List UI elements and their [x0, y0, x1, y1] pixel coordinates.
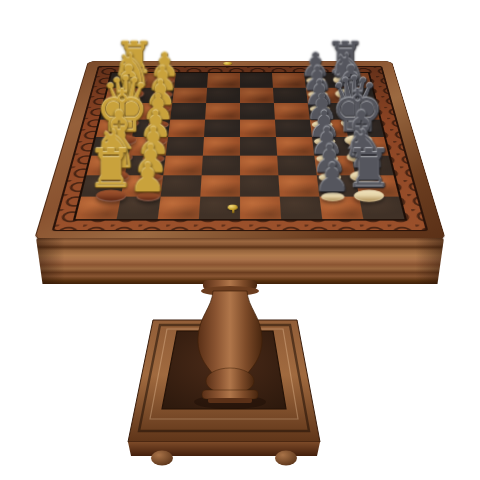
board-square[interactable]: [174, 73, 208, 88]
board-square[interactable]: [275, 120, 312, 137]
board-square[interactable]: [203, 137, 240, 156]
chess-piece-pewter-R[interactable]: ♜: [346, 144, 394, 201]
board-square[interactable]: [240, 73, 273, 88]
piece-glyph: ♜: [346, 144, 394, 195]
board-square[interactable]: [202, 156, 240, 176]
board-square[interactable]: [240, 156, 278, 176]
board-square[interactable]: [272, 73, 306, 88]
pedestal: [100, 278, 380, 468]
board-square[interactable]: [200, 175, 240, 196]
piece-glyph: ♜: [87, 144, 135, 195]
piece-glyph: ♟: [314, 159, 350, 197]
board-square[interactable]: [240, 88, 274, 103]
chess-piece-gold-R[interactable]: ♜: [87, 144, 135, 201]
board-square[interactable]: [274, 103, 310, 119]
board-square[interactable]: [204, 120, 240, 137]
board-square[interactable]: [273, 88, 308, 103]
board-square[interactable]: [206, 88, 240, 103]
board-square[interactable]: [240, 103, 275, 119]
board-square[interactable]: [240, 137, 277, 156]
bun-foot: [151, 451, 173, 466]
brass-hinge-knob-icon: [223, 62, 232, 65]
bun-foot: [275, 451, 297, 466]
board-square[interactable]: [240, 120, 276, 137]
chess-piece-pewter-P[interactable]: ♟: [314, 159, 350, 201]
chess-board: ♜♞♝♛♚♝♞♜♟♟♟♟♟♟♟♟♜♞♝♛♚♝♞♜♟♟♟♟♟♟♟♟: [34, 61, 447, 240]
board-square[interactable]: [205, 103, 240, 119]
board-square[interactable]: [240, 197, 281, 220]
chess-table-photo: ♜♞♝♛♚♝♞♜♟♟♟♟♟♟♟♟♜♞♝♛♚♝♞♜♟♟♟♟♟♟♟♟: [0, 0, 480, 480]
board-square[interactable]: [207, 73, 240, 88]
board-square[interactable]: [172, 88, 207, 103]
chess-piece-gold-P[interactable]: ♟: [130, 159, 166, 201]
piece-glyph: ♟: [130, 159, 166, 197]
board-square[interactable]: [240, 175, 280, 196]
board-square[interactable]: [170, 103, 206, 119]
board-square[interactable]: [168, 120, 205, 137]
